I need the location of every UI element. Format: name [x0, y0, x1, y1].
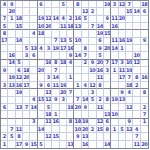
sudoku-cell-empty-r5-c14[interactable]	[104, 38, 111, 45]
sudoku-cell-empty-r11-c19[interactable]	[141, 82, 148, 89]
sudoku-cell-empty-r5-c18[interactable]	[133, 38, 140, 45]
sudoku-cell-given-r11-c3: 17	[23, 82, 30, 89]
sudoku-cell-given-r2-c1: 1	[8, 16, 15, 23]
sudoku-cell-empty-r10-c0[interactable]	[1, 74, 8, 81]
sudoku-cell-empty-r19-c13[interactable]	[97, 141, 104, 148]
sudoku-cell-empty-r16-c16[interactable]	[119, 119, 126, 126]
sudoku-digit: 18	[141, 1, 147, 6]
sudoku-cell-empty-r15-c5[interactable]	[38, 111, 45, 118]
sudoku-digit: 13	[104, 112, 110, 117]
sudoku-cell-empty-r7-c8[interactable]	[60, 52, 67, 59]
sudoku-cell-empty-r17-c8[interactable]	[60, 126, 67, 133]
sudoku-cell-given-r1-c1: 20	[8, 8, 15, 15]
sudoku-cell-empty-r16-c8[interactable]	[60, 119, 67, 126]
sudoku-cell-empty-r4-c1[interactable]	[8, 30, 15, 37]
sudoku-digit: 7	[54, 38, 57, 43]
sudoku-cell-empty-r16-c3[interactable]	[23, 119, 30, 126]
sudoku-cell-given-r11-c12: 12	[89, 82, 96, 89]
sudoku-cell-empty-r8-c5[interactable]	[38, 60, 45, 67]
sudoku-cell-empty-r16-c1[interactable]	[8, 119, 15, 126]
sudoku-digit: 12	[45, 16, 51, 21]
sudoku-cell-empty-r18-c9[interactable]	[67, 133, 74, 140]
sudoku-cell-empty-r19-c17[interactable]	[126, 141, 133, 148]
sudoku-cell-empty-r12-c15[interactable]	[111, 89, 118, 96]
sudoku-cell-given-r8-c14: 7	[104, 60, 111, 67]
sudoku-cell-empty-r15-c12[interactable]	[89, 111, 96, 118]
sudoku-cell-empty-r1-c14[interactable]	[104, 8, 111, 15]
sudoku-cell-empty-r12-c10[interactable]	[74, 89, 81, 96]
sudoku-digit: 8	[76, 1, 79, 6]
sudoku-cell-empty-r19-c16[interactable]	[119, 141, 126, 148]
sudoku-cell-empty-r1-c16[interactable]	[119, 8, 126, 15]
sudoku-cell-empty-r15-c13[interactable]	[97, 111, 104, 118]
sudoku-cell-given-r8-c18: 12	[133, 60, 140, 67]
sudoku-digit: 9	[54, 97, 57, 102]
sudoku-cell-empty-r0-c11[interactable]	[82, 1, 89, 8]
sudoku-cell-empty-r2-c18[interactable]	[133, 16, 140, 23]
sudoku-cell-empty-r15-c11[interactable]	[82, 111, 89, 118]
sudoku-cell-given-r17-c14: 8	[104, 126, 111, 133]
sudoku-cell-empty-r1-c3[interactable]	[23, 8, 30, 15]
sudoku-digit: 5	[47, 104, 50, 109]
sudoku-cell-given-r7-c1: 16	[8, 52, 15, 59]
sudoku-cell-given-r8-c6: 16	[45, 60, 52, 67]
sudoku-digit: 16	[45, 60, 51, 65]
sudoku-digit: 6	[47, 82, 50, 87]
sudoku-cell-empty-r9-c8[interactable]	[60, 67, 67, 74]
sudoku-cell-empty-r11-c4[interactable]	[30, 82, 37, 89]
sudoku-cell-empty-r16-c5[interactable]	[38, 119, 45, 126]
sudoku-digit: 18	[45, 112, 51, 117]
sudoku-cell-given-r9-c13: 16	[97, 67, 104, 74]
sudoku-cell-given-r13-c11: 14	[82, 97, 89, 104]
sudoku-cell-empty-r2-c13[interactable]	[97, 16, 104, 23]
sudoku-cell-empty-r5-c12[interactable]	[89, 38, 96, 45]
sudoku-cell-empty-r3-c14[interactable]	[104, 23, 111, 30]
sudoku-cell-given-r2-c9: 2	[67, 16, 74, 23]
sudoku-cell-empty-r19-c12[interactable]	[89, 141, 96, 148]
sudoku-cell-empty-r18-c3[interactable]	[23, 133, 30, 140]
sudoku-cell-empty-r1-c5[interactable]	[38, 8, 45, 15]
sudoku-digit: 5	[3, 24, 6, 29]
sudoku-cell-empty-r1-c13[interactable]	[97, 8, 104, 15]
sudoku-cell-empty-r4-c18[interactable]	[133, 30, 140, 37]
sudoku-cell-empty-r2-c19[interactable]	[141, 16, 148, 23]
sudoku-cell-empty-r10-c12[interactable]	[89, 74, 96, 81]
sudoku-cell-empty-r7-c0[interactable]	[1, 52, 8, 59]
sudoku-cell-empty-r1-c10[interactable]	[74, 8, 81, 15]
sudoku-cell-empty-r14-c8[interactable]	[60, 104, 67, 111]
sudoku-digit: 11	[133, 142, 139, 147]
sudoku-cell-empty-r6-c17[interactable]	[126, 45, 133, 52]
sudoku-cell-empty-r4-c12[interactable]	[89, 30, 96, 37]
sudoku-digit: 17	[60, 46, 66, 51]
sudoku-cell-given-r15-c6: 18	[45, 111, 52, 118]
sudoku-digit: 15	[126, 9, 132, 14]
sudoku-cell-given-r19-c4: 15	[30, 141, 37, 148]
sudoku-cell-empty-r9-c10[interactable]	[74, 67, 81, 74]
sudoku-cell-given-r17-c2: 11	[16, 126, 23, 133]
sudoku-cell-empty-r14-c16[interactable]	[119, 104, 126, 111]
sudoku-cell-empty-r13-c9[interactable]	[67, 97, 74, 104]
sudoku-digit: 12	[45, 97, 51, 102]
sudoku-cell-empty-r4-c9[interactable]	[67, 30, 74, 37]
sudoku-digit: 12	[133, 60, 139, 65]
sudoku-cell-given-r9-c12: 10	[89, 67, 96, 74]
sudoku-digit: 19	[53, 46, 59, 51]
sudoku-cell-empty-r12-c18[interactable]	[133, 89, 140, 96]
sudoku-cell-empty-r10-c14[interactable]	[104, 74, 111, 81]
sudoku-cell-given-r9-c5: 20	[38, 67, 45, 74]
sudoku-cell-empty-r15-c2[interactable]	[16, 111, 23, 118]
sudoku-cell-empty-r18-c19[interactable]	[141, 133, 148, 140]
sudoku-cell-empty-r19-c8[interactable]	[60, 141, 67, 148]
sudoku-cell-given-r10-c13: 11	[97, 74, 104, 81]
sudoku-cell-empty-r1-c7[interactable]	[52, 8, 59, 15]
sudoku-digit: 1	[69, 75, 72, 80]
sudoku-cell-empty-r3-c16[interactable]	[119, 23, 126, 30]
sudoku-cell-empty-r12-c4[interactable]	[30, 89, 37, 96]
sudoku-digit: 18	[60, 60, 66, 65]
sudoku-cell-empty-r14-c12[interactable]	[89, 104, 96, 111]
sudoku-digit: 19	[67, 104, 73, 109]
sudoku-digit: 20	[38, 68, 44, 73]
sudoku-cell-empty-r9-c18[interactable]	[133, 67, 140, 74]
sudoku-digit: 12	[16, 75, 22, 80]
sudoku-cell-empty-r14-c14[interactable]	[104, 104, 111, 111]
sudoku-cell-empty-r1-c2[interactable]	[16, 8, 23, 15]
sudoku-cell-given-r19-c5: 5	[38, 141, 45, 148]
sudoku-cell-empty-r7-c2[interactable]	[16, 52, 23, 59]
sudoku-digit: 7	[10, 126, 13, 131]
sudoku-cell-empty-r8-c4[interactable]	[30, 60, 37, 67]
sudoku-cell-given-r8-c17: 10	[126, 60, 133, 67]
sudoku-cell-empty-r2-c4[interactable]	[30, 16, 37, 23]
sudoku-cell-empty-r2-c17[interactable]	[126, 16, 133, 23]
sudoku-cell-given-r17-c12: 2	[89, 126, 96, 133]
sudoku-cell-empty-r18-c14[interactable]	[104, 133, 111, 140]
sudoku-digit: 18	[126, 82, 132, 87]
sudoku-digit: 20	[82, 126, 88, 131]
sudoku-cell-empty-r0-c12[interactable]	[89, 1, 96, 8]
sudoku-cell-empty-r3-c1[interactable]	[8, 23, 15, 30]
sudoku-cell-empty-r2-c12[interactable]	[89, 16, 96, 23]
sudoku-cell-empty-r1-c4[interactable]	[30, 8, 37, 15]
sudoku-cell-empty-r18-c8[interactable]	[60, 133, 67, 140]
sudoku-cell-empty-r4-c16[interactable]	[119, 30, 126, 37]
sudoku-digit: 5	[10, 134, 13, 139]
sudoku-cell-empty-r10-c4[interactable]	[30, 74, 37, 81]
sudoku-cell-given-r6-c16: 1	[119, 45, 126, 52]
sudoku-cell-given-r12-c9: 7	[67, 89, 74, 96]
sudoku-cell-empty-r19-c15[interactable]	[111, 141, 118, 148]
sudoku-cell-empty-r12-c5[interactable]	[38, 89, 45, 96]
sudoku-cell-empty-r8-c3[interactable]	[23, 60, 30, 67]
sudoku-digit: 2	[3, 134, 6, 139]
sudoku-cell-empty-r15-c3[interactable]	[23, 111, 30, 118]
sudoku-cell-empty-r18-c17[interactable]	[126, 133, 133, 140]
sudoku-cell-given-r2-c16: 20	[119, 16, 126, 23]
sudoku-digit: 19	[126, 68, 132, 73]
sudoku-cell-empty-r5-c11[interactable]	[82, 38, 89, 45]
sudoku-cell-empty-r17-c0[interactable]	[1, 126, 8, 133]
sudoku-cell-empty-r13-c0[interactable]	[1, 97, 8, 104]
sudoku-cell-empty-r5-c3[interactable]	[23, 38, 30, 45]
sudoku-digit: 13	[30, 46, 36, 51]
sudoku-digit: 6	[98, 38, 101, 43]
sudoku-cell-empty-r12-c11[interactable]	[82, 89, 89, 96]
sudoku-digit: 10	[133, 53, 139, 58]
sudoku-cell-empty-r10-c11[interactable]	[82, 74, 89, 81]
sudoku-cell-empty-r15-c17[interactable]	[126, 111, 133, 118]
sudoku-digit: 8	[98, 82, 101, 87]
sudoku-cell-given-r12-c2: 19	[16, 89, 23, 96]
sudoku-cell-given-r12-c8: 20	[60, 89, 67, 96]
sudoku-cell-empty-r3-c18[interactable]	[133, 23, 140, 30]
sudoku-digit: 16	[75, 16, 81, 21]
sudoku-digit: 3	[61, 97, 64, 102]
sudoku-cell-given-r16-c10: 18	[74, 119, 81, 126]
sudoku-digit: 1	[113, 126, 116, 131]
sudoku-cell-empty-r7-c19[interactable]	[141, 52, 148, 59]
sudoku-cell-empty-r2-c3[interactable]	[23, 16, 30, 23]
sudoku-cell-given-r4-c0: 8	[1, 30, 8, 37]
sudoku-cell-empty-r17-c19[interactable]	[141, 126, 148, 133]
sudoku-digit: 10	[126, 60, 132, 65]
sudoku-cell-empty-r6-c0[interactable]	[1, 45, 8, 52]
sudoku-digit: 5	[98, 53, 101, 58]
sudoku-cell-empty-r3-c19[interactable]	[141, 23, 148, 30]
sudoku-cell-empty-r3-c3[interactable]	[23, 23, 30, 30]
sudoku-cell-empty-r14-c15[interactable]	[111, 104, 118, 111]
sudoku-cell-empty-r9-c11[interactable]	[82, 67, 89, 74]
sudoku-cell-empty-r4-c10[interactable]	[74, 30, 81, 37]
sudoku-cell-empty-r6-c10[interactable]	[74, 45, 81, 52]
sudoku-cell-empty-r18-c13[interactable]	[97, 133, 104, 140]
sudoku-cell-empty-r10-c15[interactable]	[111, 74, 118, 81]
sudoku-cell-given-r17-c10: 10	[74, 126, 81, 133]
sudoku-cell-given-r16-c11: 19	[82, 119, 89, 126]
sudoku-digit: 7	[54, 68, 57, 73]
sudoku-cell-empty-r4-c11[interactable]	[82, 30, 89, 37]
sudoku-cell-empty-r13-c17[interactable]	[126, 97, 133, 104]
sudoku-cell-empty-r12-c14[interactable]	[104, 89, 111, 96]
sudoku-cell-empty-r0-c13[interactable]	[97, 1, 104, 8]
sudoku-cell-given-r5-c2: 14	[16, 38, 23, 45]
sudoku-cell-empty-r0-c6[interactable]	[45, 1, 52, 8]
sudoku-cell-empty-r12-c1[interactable]	[8, 89, 15, 96]
sudoku-cell-empty-r0-c18[interactable]	[133, 1, 140, 8]
sudoku-cell-empty-r4-c17[interactable]	[126, 30, 133, 37]
sudoku-cell-empty-r4-c19[interactable]	[141, 30, 148, 37]
sudoku-cell-empty-r11-c16[interactable]	[119, 82, 126, 89]
sudoku-digit: 8	[135, 75, 138, 80]
sudoku-cell-empty-r14-c5[interactable]	[38, 104, 45, 111]
sudoku-cell-empty-r4-c15[interactable]	[111, 30, 118, 37]
sudoku-cell-empty-r16-c2[interactable]	[16, 119, 23, 126]
sudoku-cell-empty-r19-c6[interactable]	[45, 141, 52, 148]
sudoku-cell-empty-r12-c13[interactable]	[97, 89, 104, 96]
sudoku-cell-given-r11-c5: 9	[38, 82, 45, 89]
sudoku-cell-empty-r7-c5[interactable]	[38, 52, 45, 59]
sudoku-cell-empty-r3-c4[interactable]	[30, 23, 37, 30]
sudoku-digit: 18	[75, 119, 81, 124]
sudoku-cell-empty-r1-c6[interactable]	[45, 8, 52, 15]
sudoku-cell-given-r8-c11: 2	[82, 60, 89, 67]
sudoku-cell-given-r13-c10: 7	[74, 97, 81, 104]
sudoku-digit: 3	[47, 46, 50, 51]
sudoku-cell-given-r3-c15: 16	[111, 23, 118, 30]
sudoku-cell-empty-r9-c4[interactable]	[30, 67, 37, 74]
sudoku-cell-empty-r4-c8[interactable]	[60, 30, 67, 37]
sudoku-digit: 7	[135, 134, 138, 139]
sudoku-cell-empty-r1-c9[interactable]	[67, 8, 74, 15]
sudoku-cell-empty-r14-c1[interactable]	[8, 104, 15, 111]
sudoku-cell-empty-r17-c9[interactable]	[67, 126, 74, 133]
sudoku-cell-empty-r4-c2[interactable]	[16, 30, 23, 37]
sudoku-cell-empty-r17-c3[interactable]	[23, 126, 30, 133]
sudoku-cell-empty-r7-c6[interactable]	[45, 52, 52, 59]
sudoku-cell-empty-r7-c7[interactable]	[52, 52, 59, 59]
sudoku-digit: 15	[104, 31, 110, 36]
sudoku-cell-empty-r0-c2[interactable]	[16, 1, 23, 8]
sudoku-cell-empty-r14-c18[interactable]	[133, 104, 140, 111]
sudoku-cell-empty-r9-c1[interactable]	[8, 67, 15, 74]
sudoku-cell-empty-r15-c9[interactable]	[67, 111, 74, 118]
sudoku-cell-given-r3-c13: 14	[97, 23, 104, 30]
sudoku-cell-empty-r15-c10[interactable]	[74, 111, 81, 118]
sudoku-cell-empty-r10-c8[interactable]	[60, 74, 67, 81]
sudoku-cell-empty-r18-c4[interactable]	[30, 133, 37, 140]
sudoku-digit: 5	[69, 38, 72, 43]
sudoku-cell-empty-r13-c2[interactable]	[16, 97, 23, 104]
sudoku-cell-empty-r3-c7[interactable]	[52, 23, 59, 30]
sudoku-digit: 12	[119, 1, 125, 6]
sudoku-cell-given-r14-c9: 19	[67, 104, 74, 111]
sudoku-digit: 16	[53, 119, 59, 124]
sudoku-cell-empty-r11-c14[interactable]	[104, 82, 111, 89]
sudoku-cell-empty-r9-c9[interactable]	[67, 67, 74, 74]
sudoku-cell-empty-r6-c12[interactable]	[89, 45, 96, 52]
sudoku-cell-empty-r1-c15[interactable]	[111, 8, 118, 15]
sudoku-cell-empty-r15-c18[interactable]	[133, 111, 140, 118]
sudoku-cell-empty-r6-c19[interactable]	[141, 45, 148, 52]
sudoku-cell-empty-r10-c5[interactable]	[38, 74, 45, 81]
sudoku-cell-empty-r7-c17[interactable]	[126, 52, 133, 59]
sudoku-cell-empty-r10-c10[interactable]	[74, 74, 81, 81]
sudoku-cell-empty-r13-c3[interactable]	[23, 97, 30, 104]
sudoku-cell-empty-r15-c1[interactable]	[8, 111, 15, 118]
sudoku-cell-empty-r15-c0[interactable]	[1, 111, 8, 118]
sudoku-cell-given-r8-c12: 9	[89, 60, 96, 67]
sudoku-cell-empty-r19-c10[interactable]	[74, 141, 81, 148]
sudoku-cell-empty-r18-c16[interactable]	[119, 133, 126, 140]
sudoku-cell-empty-r11-c15[interactable]	[111, 82, 118, 89]
sudoku-cell-empty-r6-c2[interactable]	[16, 45, 23, 52]
sudoku-cell-empty-r6-c1[interactable]	[8, 45, 15, 52]
sudoku-cell-empty-r0-c9[interactable]	[67, 1, 74, 8]
sudoku-cell-empty-r7-c16[interactable]	[119, 52, 126, 59]
sudoku-cell-given-r9-c14: 3	[104, 67, 111, 74]
sudoku-cell-empty-r9-c6[interactable]	[45, 67, 52, 74]
sudoku-cell-empty-r0-c3[interactable]	[23, 1, 30, 8]
sudoku-cell-empty-r7-c15[interactable]	[111, 52, 118, 59]
sudoku-cell-empty-r7-c14[interactable]	[104, 52, 111, 59]
sudoku-digit: 8	[106, 97, 109, 102]
sudoku-cell-empty-r5-c4[interactable]	[30, 38, 37, 45]
sudoku-cell-empty-r5-c1[interactable]	[8, 38, 15, 45]
sudoku-cell-empty-r16-c18[interactable]	[133, 119, 140, 126]
sudoku-cell-empty-r5-c5[interactable]	[38, 38, 45, 45]
sudoku-cell-empty-r4-c7[interactable]	[52, 30, 59, 37]
sudoku-cell-given-r0-c19: 18	[141, 1, 148, 8]
sudoku-cell-empty-r17-c7[interactable]	[52, 126, 59, 133]
sudoku-cell-empty-r4-c3[interactable]	[23, 30, 30, 37]
sudoku-cell-empty-r1-c8[interactable]	[60, 8, 67, 15]
sudoku-cell-empty-r11-c9[interactable]	[67, 82, 74, 89]
sudoku-cell-empty-r3-c17[interactable]	[126, 23, 133, 30]
sudoku-cell-given-r11-c0: 3	[1, 82, 8, 89]
sudoku-cell-empty-r5-c6[interactable]	[45, 38, 52, 45]
sudoku-cell-given-r1-c11: 12	[82, 8, 89, 15]
sudoku-cell-given-r6-c6: 3	[45, 45, 52, 52]
sudoku-cell-empty-r8-c19[interactable]	[141, 60, 148, 67]
sudoku-cell-empty-r13-c18[interactable]	[133, 97, 140, 104]
sudoku-cell-empty-r17-c4[interactable]	[30, 126, 37, 133]
sudoku-cell-given-r5-c7: 7	[52, 38, 59, 45]
sudoku-digit: 16	[82, 142, 88, 147]
sudoku-cell-empty-r17-c6[interactable]	[45, 126, 52, 133]
sudoku-cell-empty-r15-c4[interactable]	[30, 111, 37, 118]
sudoku-cell-empty-r7-c12[interactable]	[89, 52, 96, 59]
sudoku-cell-given-r13-c5: 15	[38, 97, 45, 104]
sudoku-board: 4965819312718201221514671181912144216591…	[0, 0, 149, 149]
sudoku-digit: 5	[91, 97, 94, 102]
sudoku-cell-empty-r16-c15[interactable]	[111, 119, 118, 126]
sudoku-cell-empty-r0-c4[interactable]	[30, 1, 37, 8]
sudoku-cell-empty-r9-c19[interactable]	[141, 67, 148, 74]
sudoku-cell-empty-r18-c12[interactable]	[89, 133, 96, 140]
sudoku-cell-empty-r18-c15[interactable]	[111, 133, 118, 140]
sudoku-cell-empty-r1-c0[interactable]	[1, 8, 8, 15]
sudoku-cell-empty-r15-c16[interactable]	[119, 111, 126, 118]
sudoku-cell-empty-r16-c0[interactable]	[1, 119, 8, 126]
sudoku-cell-empty-r8-c10[interactable]	[74, 60, 81, 67]
sudoku-cell-empty-r13-c19[interactable]	[141, 97, 148, 104]
sudoku-digit: 8	[69, 119, 72, 124]
sudoku-cell-empty-r15-c8[interactable]	[60, 111, 67, 118]
sudoku-cell-given-r13-c8: 3	[60, 97, 67, 104]
sudoku-cell-empty-r8-c0[interactable]	[1, 60, 8, 67]
sudoku-cell-empty-r4-c6[interactable]	[45, 30, 52, 37]
sudoku-cell-empty-r12-c3[interactable]	[23, 89, 30, 96]
sudoku-cell-empty-r19-c1[interactable]	[8, 141, 15, 148]
sudoku-cell-empty-r12-c0[interactable]	[1, 89, 8, 96]
sudoku-cell-empty-r0-c7[interactable]	[52, 1, 59, 8]
sudoku-cell-empty-r16-c12[interactable]	[89, 119, 96, 126]
sudoku-cell-empty-r18-c5[interactable]	[38, 133, 45, 140]
sudoku-cell-empty-r3-c11[interactable]	[82, 23, 89, 30]
sudoku-cell-given-r16-c9: 8	[67, 119, 74, 126]
sudoku-cell-empty-r19-c7[interactable]	[52, 141, 59, 148]
sudoku-cell-empty-r12-c7[interactable]	[52, 89, 59, 96]
sudoku-cell-empty-r13-c1[interactable]	[8, 97, 15, 104]
sudoku-cell-empty-r6-c18[interactable]	[133, 45, 140, 52]
sudoku-cell-given-r3-c2: 15	[16, 23, 23, 30]
sudoku-cell-given-r19-c3: 9	[23, 141, 30, 148]
sudoku-cell-empty-r14-c7[interactable]	[52, 104, 59, 111]
sudoku-digit: 7	[106, 60, 109, 65]
